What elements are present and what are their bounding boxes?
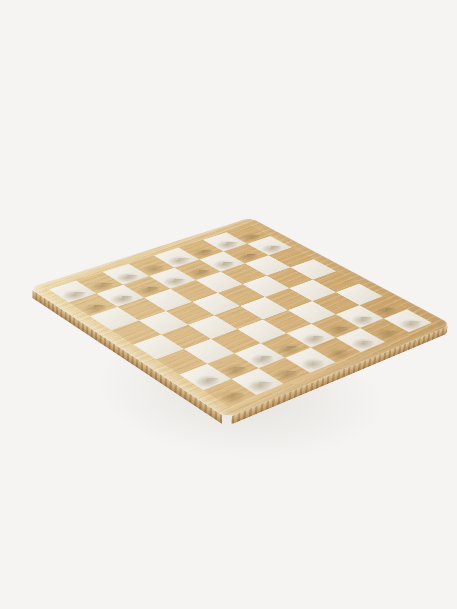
piece-black-pawn: ♟ — [187, 243, 210, 272]
piece-black-pawn: ♟ — [109, 268, 133, 299]
piece-black-pawn: ♟ — [82, 276, 107, 307]
board-grid: ♜♞♝♛♚♝♞♜♟♟♟♟♟♟♟♟♟♟♟♟♟♟♟♟♜♞♝♛♚♝♞♜ — [49, 225, 432, 407]
piece-black-pawn: ♟ — [136, 259, 160, 289]
chessboard-scene: ♜♞♝♛♚♝♞♜♟♟♟♟♟♟♟♟♟♟♟♟♟♟♟♟♜♞♝♛♚♝♞♜ — [79, 145, 402, 468]
square-f5 — [243, 276, 290, 297]
square-d5 — [192, 293, 240, 315]
piece-black-pawn: ♟ — [162, 251, 186, 281]
chessboard: ♜♞♝♛♚♝♞♜♟♟♟♟♟♟♟♟♟♟♟♟♟♟♟♟♜♞♝♛♚♝♞♜ — [29, 217, 452, 418]
piece-white-rook: ♜ — [215, 356, 247, 396]
piece-black-pawn: ♟ — [212, 235, 235, 264]
piece-black-pawn: ♟ — [259, 219, 282, 247]
piece-black-pawn: ♟ — [236, 227, 259, 256]
product-photo: ♜♞♝♛♚♝♞♜♟♟♟♟♟♟♟♟♟♟♟♟♟♟♟♟♜♞♝♛♚♝♞♜ — [0, 0, 457, 609]
